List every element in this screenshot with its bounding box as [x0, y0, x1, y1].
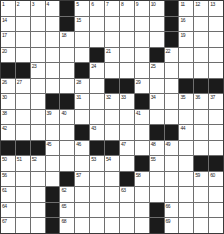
grid-cell-r3c13[interactable]: 19: [179, 32, 193, 47]
grid-cell-r15c6[interactable]: [75, 218, 89, 233]
black-cell-r15c4: [46, 218, 60, 233]
grid-cell-r11c7[interactable]: 53: [90, 156, 104, 171]
clue-number-6: 6: [91, 1, 93, 7]
grid-cell-r12c13[interactable]: [179, 172, 193, 187]
clue-number-11: 11: [180, 1, 184, 7]
grid-cell-r3c5[interactable]: 18: [60, 32, 74, 47]
grid-cell-r5c8[interactable]: [105, 63, 119, 78]
grid-cell-r6c12[interactable]: [165, 79, 179, 94]
black-cell-r1c5: [60, 1, 74, 16]
grid-cell-r4c5[interactable]: [60, 48, 74, 63]
clue-number-24: 24: [91, 63, 96, 69]
black-cell-r7c4: [46, 94, 60, 109]
clue-number-36: 36: [195, 94, 200, 100]
grid-cell-r14c5[interactable]: 65: [60, 203, 74, 218]
grid-cell-r9c9[interactable]: [120, 125, 134, 140]
grid-cell-r7c8[interactable]: 32: [105, 94, 119, 109]
clue-number-21: 21: [106, 48, 111, 54]
grid-cell-r5c4[interactable]: [46, 63, 60, 78]
clue-number-41: 41: [136, 110, 141, 116]
grid-cell-r8c6[interactable]: [75, 110, 89, 125]
grid-cell-r12c6[interactable]: 57: [75, 172, 89, 187]
clue-number-10: 10: [151, 1, 156, 7]
grid-cell-r2c1[interactable]: 14: [1, 17, 15, 32]
grid-cell-r9c10[interactable]: [135, 125, 149, 140]
grid-cell-r4c13[interactable]: [179, 48, 193, 63]
grid-cell-r13c6[interactable]: [75, 187, 89, 202]
grid-cell-r15c2[interactable]: [16, 218, 30, 233]
black-cell-r13c4: [46, 187, 60, 202]
clue-number-1: 1: [2, 1, 4, 7]
grid-cell-r4c9[interactable]: [120, 48, 134, 63]
clue-number-46: 46: [76, 141, 81, 147]
clue-number-63: 63: [121, 187, 126, 193]
grid-cell-r4c2[interactable]: [16, 48, 30, 63]
grid-cell-r6c5[interactable]: [60, 79, 74, 94]
grid-cell-r5c12[interactable]: [165, 63, 179, 78]
clue-number-9: 9: [136, 1, 138, 7]
clue-number-48: 48: [151, 141, 156, 147]
black-cell-r10c8: [105, 141, 119, 156]
grid-cell-r7c1[interactable]: 30: [1, 94, 15, 109]
grid-cell-r9c7[interactable]: 43: [90, 125, 104, 140]
clue-number-3: 3: [32, 1, 34, 7]
grid-cell-r11c1[interactable]: 50: [1, 156, 15, 171]
grid-cell-r11c2[interactable]: 51: [16, 156, 30, 171]
grid-cell-r8c13[interactable]: [179, 110, 193, 125]
clue-number-15: 15: [76, 17, 81, 23]
clue-number-45: 45: [47, 141, 52, 147]
grid-cell-r10c10[interactable]: [135, 141, 149, 156]
grid-cell-r15c10[interactable]: [135, 218, 149, 233]
black-cell-r7c10: [135, 94, 149, 109]
grid-cell-r15c8[interactable]: [105, 218, 119, 233]
grid-cell-r1c15[interactable]: 13: [209, 1, 223, 16]
grid-cell-r3c2[interactable]: [16, 32, 30, 47]
clue-number-12: 12: [195, 1, 200, 7]
grid-cell-r13c3[interactable]: [31, 187, 45, 202]
black-cell-r14c11: [150, 203, 164, 218]
clue-number-43: 43: [91, 125, 96, 131]
grid-cell-r8c9[interactable]: [120, 110, 134, 125]
grid-cell-r7c13[interactable]: 35: [179, 94, 193, 109]
grid-cell-r4c3[interactable]: [31, 48, 45, 63]
grid-cell-r1c6[interactable]: 5: [75, 1, 89, 16]
grid-cell-r6c6[interactable]: 28: [75, 79, 89, 94]
clue-number-68: 68: [61, 218, 66, 224]
grid-cell-r5c14[interactable]: [194, 63, 208, 78]
grid-cell-r5c7[interactable]: 24: [90, 63, 104, 78]
clue-number-60: 60: [210, 172, 215, 178]
grid-cell-r7c9[interactable]: 33: [120, 94, 134, 109]
grid-cell-r4c4[interactable]: [46, 48, 60, 63]
grid-cell-r9c5[interactable]: [60, 125, 74, 140]
grid-cell-r10c15[interactable]: [209, 141, 223, 156]
grid-cell-r12c2[interactable]: [16, 172, 30, 187]
grid-cell-r3c11[interactable]: [150, 32, 164, 47]
grid-cell-r9c2[interactable]: [16, 125, 30, 140]
black-cell-r6c15: [209, 79, 223, 94]
grid-cell-r3c1[interactable]: 17: [1, 32, 15, 47]
clue-number-17: 17: [2, 32, 7, 38]
grid-cell-r12c14[interactable]: 59: [194, 172, 208, 187]
black-cell-r10c2: [16, 141, 30, 156]
clue-number-32: 32: [106, 94, 111, 100]
black-cell-r4c11: [150, 48, 164, 63]
black-cell-r1c12: [165, 1, 179, 16]
grid-cell-r15c12[interactable]: 69: [165, 218, 179, 233]
clue-number-55: 55: [151, 156, 156, 162]
grid-cell-r7c12[interactable]: [165, 94, 179, 109]
grid-cell-r15c15[interactable]: [209, 218, 223, 233]
grid-cell-r9c14[interactable]: [194, 125, 208, 140]
grid-cell-r10c12[interactable]: 49: [165, 141, 179, 156]
grid-cell-r8c4[interactable]: 39: [46, 110, 60, 125]
grid-cell-r1c11[interactable]: 10: [150, 1, 164, 16]
grid-cell-r8c15[interactable]: [209, 110, 223, 125]
grid-cell-r13c10[interactable]: [135, 187, 149, 202]
black-cell-r5c1: [1, 63, 15, 78]
grid-cell-r7c3[interactable]: [31, 94, 45, 109]
grid-cell-r9c4[interactable]: [46, 125, 60, 140]
grid-cell-r10c11[interactable]: 48: [150, 141, 164, 156]
grid-cell-r9c3[interactable]: [31, 125, 45, 140]
grid-cell-r13c8[interactable]: [105, 187, 119, 202]
grid-cell-r11c8[interactable]: 54: [105, 156, 119, 171]
grid-cell-r1c9[interactable]: 8: [120, 1, 134, 16]
grid-cell-r15c5[interactable]: 68: [60, 218, 74, 233]
grid-cell-r4c15[interactable]: [209, 48, 223, 63]
clue-number-14: 14: [2, 17, 7, 23]
clue-number-23: 23: [32, 63, 37, 69]
clue-number-29: 29: [136, 79, 141, 85]
black-cell-r9c12: [165, 125, 179, 140]
black-cell-r5c2: [16, 63, 30, 78]
clue-number-51: 51: [17, 156, 22, 162]
grid-cell-r12c10[interactable]: 58: [135, 172, 149, 187]
grid-cell-r2c14[interactable]: [194, 17, 208, 32]
black-cell-r3c12: [165, 32, 179, 47]
grid-cell-r6c4[interactable]: [46, 79, 60, 94]
grid-cell-r12c1[interactable]: 56: [1, 172, 15, 187]
grid-cell-r3c8[interactable]: [105, 32, 119, 47]
grid-cell-r6c11[interactable]: [150, 79, 164, 94]
grid-cell-r3c4[interactable]: [46, 32, 60, 47]
grid-cell-r15c9[interactable]: [120, 218, 134, 233]
clue-number-44: 44: [180, 125, 185, 131]
grid-cell-r2c3[interactable]: [31, 17, 45, 32]
black-cell-r2c5: [60, 17, 74, 32]
grid-cell-r8c1[interactable]: 38: [1, 110, 15, 125]
grid-cell-r9c15[interactable]: [209, 125, 223, 140]
clue-number-26: 26: [2, 79, 7, 85]
grid-cell-r1c10[interactable]: 9: [135, 1, 149, 16]
black-cell-r9c6: [75, 125, 89, 140]
grid-cell-r14c15[interactable]: [209, 203, 223, 218]
grid-cell-r11c12[interactable]: [165, 156, 179, 171]
grid-cell-r13c7[interactable]: [90, 187, 104, 202]
grid-cell-r12c4[interactable]: [46, 172, 60, 187]
grid-cell-r4c1[interactable]: 20: [1, 48, 15, 63]
black-cell-r11c15: [209, 156, 223, 171]
grid-cell-r13c1[interactable]: 61: [1, 187, 15, 202]
grid-cell-r2c4[interactable]: [46, 17, 60, 32]
clue-number-38: 38: [2, 110, 7, 116]
grid-cell-r5c11[interactable]: 25: [150, 63, 164, 78]
grid-cell-r14c1[interactable]: 64: [1, 203, 15, 218]
black-cell-r4c7: [90, 48, 104, 63]
grid-cell-r12c12[interactable]: [165, 172, 179, 187]
clue-number-56: 56: [2, 172, 7, 178]
crossword-grid: 1234567891011121314151617181920212223242…: [0, 0, 224, 234]
grid-cell-r6c7[interactable]: [90, 79, 104, 94]
grid-cell-r2c8[interactable]: [105, 17, 119, 32]
clue-number-66: 66: [166, 203, 171, 209]
grid-cell-r3c6[interactable]: [75, 32, 89, 47]
grid-cell-r4c8[interactable]: 21: [105, 48, 119, 63]
grid-cell-r13c2[interactable]: [16, 187, 30, 202]
clue-number-61: 61: [2, 187, 7, 193]
grid-cell-r12c7[interactable]: [90, 172, 104, 187]
grid-cell-r13c13[interactable]: [179, 187, 193, 202]
clue-number-5: 5: [76, 1, 78, 7]
grid-cell-r6c10[interactable]: 29: [135, 79, 149, 94]
grid-cell-r3c3[interactable]: [31, 32, 45, 47]
grid-cell-r5c15[interactable]: [209, 63, 223, 78]
grid-cell-r14c2[interactable]: [16, 203, 30, 218]
grid-cell-r11c11[interactable]: 55: [150, 156, 164, 171]
black-cell-r2c12: [165, 17, 179, 32]
black-cell-r10c3: [31, 141, 45, 156]
clue-number-39: 39: [47, 110, 52, 116]
black-cell-r5c6: [75, 63, 89, 78]
grid-cell-r2c9[interactable]: [120, 17, 134, 32]
clue-number-20: 20: [2, 48, 7, 54]
grid-cell-r1c13[interactable]: 11: [179, 1, 193, 16]
clue-number-28: 28: [76, 79, 81, 85]
clue-number-35: 35: [180, 94, 185, 100]
grid-cell-r1c8[interactable]: 7: [105, 1, 119, 16]
grid-cell-r14c8[interactable]: [105, 203, 119, 218]
grid-cell-r13c11[interactable]: [150, 187, 164, 202]
clue-number-2: 2: [17, 1, 19, 7]
grid-cell-r8c14[interactable]: [194, 110, 208, 125]
grid-cell-r12c3[interactable]: [31, 172, 45, 187]
grid-cell-r6c3[interactable]: [31, 79, 45, 94]
grid-cell-r11c6[interactable]: [75, 156, 89, 171]
clue-number-18: 18: [61, 32, 66, 38]
grid-cell-r1c3[interactable]: 3: [31, 1, 45, 16]
grid-cell-r7c11[interactable]: 34: [150, 94, 164, 109]
grid-cell-r14c13[interactable]: [179, 203, 193, 218]
grid-cell-r6c1[interactable]: 26: [1, 79, 15, 94]
grid-cell-r7c14[interactable]: 36: [194, 94, 208, 109]
clue-number-54: 54: [106, 156, 111, 162]
grid-cell-r5c13[interactable]: [179, 63, 193, 78]
grid-cell-r9c8[interactable]: [105, 125, 119, 140]
clue-number-53: 53: [91, 156, 96, 162]
grid-cell-r14c14[interactable]: [194, 203, 208, 218]
grid-cell-r4c6[interactable]: [75, 48, 89, 63]
clue-number-4: 4: [47, 1, 49, 7]
grid-cell-r3c7[interactable]: [90, 32, 104, 47]
grid-cell-r11c4[interactable]: [46, 156, 60, 171]
grid-cell-r13c5[interactable]: 62: [60, 187, 74, 202]
clue-number-19: 19: [180, 32, 185, 38]
grid-cell-r8c12[interactable]: [165, 110, 179, 125]
grid-cell-r10c4[interactable]: 45: [46, 141, 60, 156]
grid-cell-r2c6[interactable]: 15: [75, 17, 89, 32]
clue-number-13: 13: [210, 1, 215, 7]
black-cell-r10c1: [1, 141, 15, 156]
grid-cell-r8c11[interactable]: [150, 110, 164, 125]
clue-number-40: 40: [61, 110, 66, 116]
grid-cell-r5c9[interactable]: [120, 63, 134, 78]
clue-number-57: 57: [76, 172, 81, 178]
grid-cell-r8c7[interactable]: [90, 110, 104, 125]
clue-number-34: 34: [151, 94, 156, 100]
grid-cell-r1c7[interactable]: 6: [90, 1, 104, 16]
black-cell-r12c5: [60, 172, 74, 187]
grid-cell-r2c2[interactable]: [16, 17, 30, 32]
grid-cell-r11c9[interactable]: [120, 156, 134, 171]
grid-cell-r12c15[interactable]: 60: [209, 172, 223, 187]
grid-cell-r14c3[interactable]: [31, 203, 45, 218]
grid-cell-r1c1[interactable]: 1: [1, 1, 15, 16]
grid-cell-r10c14[interactable]: [194, 141, 208, 156]
grid-cell-r7c15[interactable]: 37: [209, 94, 223, 109]
grid-cell-r10c5[interactable]: [60, 141, 74, 156]
black-cell-r15c11: [150, 218, 164, 233]
black-cell-r14c4: [46, 203, 60, 218]
grid-cell-r1c2[interactable]: 2: [16, 1, 30, 16]
black-cell-r11c10: [135, 156, 149, 171]
grid-cell-r5c3[interactable]: 23: [31, 63, 45, 78]
grid-cell-r5c5[interactable]: [60, 63, 74, 78]
clue-number-22: 22: [166, 48, 171, 54]
clue-number-8: 8: [121, 1, 123, 7]
black-cell-r6c13: [179, 79, 193, 94]
black-cell-r7c5: [60, 94, 74, 109]
grid-cell-r10c6[interactable]: 46: [75, 141, 89, 156]
grid-cell-r9c1[interactable]: 42: [1, 125, 15, 140]
clue-number-42: 42: [2, 125, 7, 131]
grid-cell-r14c6[interactable]: [75, 203, 89, 218]
grid-cell-r14c9[interactable]: [120, 203, 134, 218]
grid-cell-r14c7[interactable]: [90, 203, 104, 218]
grid-cell-r2c13[interactable]: 16: [179, 17, 193, 32]
grid-cell-r2c7[interactable]: [90, 17, 104, 32]
clue-number-64: 64: [2, 203, 7, 209]
clue-number-7: 7: [106, 1, 108, 7]
grid-cell-r12c11[interactable]: [150, 172, 164, 187]
grid-cell-r10c9[interactable]: 47: [120, 141, 134, 156]
grid-cell-r15c3[interactable]: [31, 218, 45, 233]
grid-cell-r3c14[interactable]: [194, 32, 208, 47]
grid-cell-r1c4[interactable]: 4: [46, 1, 60, 16]
clue-number-67: 67: [2, 218, 7, 224]
clue-number-30: 30: [2, 94, 7, 100]
grid-cell-r5c10[interactable]: [135, 63, 149, 78]
grid-cell-r13c15[interactable]: [209, 187, 223, 202]
black-cell-r9c11: [150, 125, 164, 140]
grid-cell-r2c11[interactable]: [150, 17, 164, 32]
grid-cell-r1c14[interactable]: 12: [194, 1, 208, 16]
grid-cell-r10c13[interactable]: [179, 141, 193, 156]
grid-cell-r4c14[interactable]: [194, 48, 208, 63]
clue-number-49: 49: [166, 141, 171, 147]
grid-cell-r3c9[interactable]: [120, 32, 134, 47]
grid-cell-r8c2[interactable]: [16, 110, 30, 125]
black-cell-r11c14: [194, 156, 208, 171]
grid-cell-r8c10[interactable]: 41: [135, 110, 149, 125]
grid-cell-r11c5[interactable]: [60, 156, 74, 171]
grid-cell-r13c14[interactable]: [194, 187, 208, 202]
grid-cell-r2c15[interactable]: [209, 17, 223, 32]
grid-cell-r7c7[interactable]: [90, 94, 104, 109]
grid-cell-r3c10[interactable]: [135, 32, 149, 47]
black-cell-r10c7: [90, 141, 104, 156]
grid-cell-r8c3[interactable]: [31, 110, 45, 125]
grid-cell-r4c12[interactable]: 22: [165, 48, 179, 63]
black-cell-r6c9: [120, 79, 134, 94]
grid-cell-r4c10[interactable]: [135, 48, 149, 63]
grid-cell-r12c8[interactable]: [105, 172, 119, 187]
black-cell-r6c14: [194, 79, 208, 94]
crossword-puzzle: 1234567891011121314151617181920212223242…: [0, 0, 224, 234]
clue-number-33: 33: [121, 94, 126, 100]
grid-cell-r8c8[interactable]: [105, 110, 119, 125]
grid-cell-r14c12[interactable]: 66: [165, 203, 179, 218]
grid-cell-r3c15[interactable]: [209, 32, 223, 47]
grid-cell-r8c5[interactable]: 40: [60, 110, 74, 125]
clue-number-16: 16: [180, 17, 185, 23]
clue-number-37: 37: [210, 94, 215, 100]
grid-cell-r14c10[interactable]: [135, 203, 149, 218]
black-cell-r6c8: [105, 79, 119, 94]
grid-cell-r15c1[interactable]: 67: [1, 218, 15, 233]
clue-number-31: 31: [76, 94, 81, 100]
grid-cell-r15c7[interactable]: [90, 218, 104, 233]
clue-number-59: 59: [195, 172, 200, 178]
clue-number-25: 25: [151, 63, 156, 69]
clue-number-69: 69: [166, 218, 171, 224]
clue-number-52: 52: [32, 156, 37, 162]
clue-number-65: 65: [61, 203, 66, 209]
grid-cell-r15c14[interactable]: [194, 218, 208, 233]
clue-number-27: 27: [17, 79, 22, 85]
clue-number-62: 62: [61, 187, 66, 193]
clue-number-47: 47: [121, 141, 126, 147]
grid-cell-r13c12[interactable]: [165, 187, 179, 202]
grid-cell-r13c9[interactable]: 63: [120, 187, 134, 202]
grid-cell-r7c6[interactable]: 31: [75, 94, 89, 109]
black-cell-r12c9: [120, 172, 134, 187]
grid-cell-r2c10[interactable]: [135, 17, 149, 32]
grid-cell-r11c3[interactable]: 52: [31, 156, 45, 171]
grid-cell-r15c13[interactable]: [179, 218, 193, 233]
clue-number-50: 50: [2, 156, 7, 162]
grid-cell-r9c13[interactable]: 44: [179, 125, 193, 140]
grid-cell-r11c13[interactable]: [179, 156, 193, 171]
clue-number-58: 58: [136, 172, 141, 178]
grid-cell-r6c2[interactable]: 27: [16, 79, 30, 94]
grid-cell-r7c2[interactable]: [16, 94, 30, 109]
